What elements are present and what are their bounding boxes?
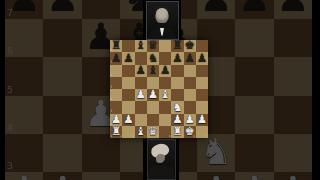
white-pawn-f2: ♟ — [200, 173, 232, 180]
square-a7: ♟7 — [5, 0, 43, 19]
square-g5 — [184, 77, 196, 89]
square-f1: ♜f — [171, 126, 183, 138]
square-b1: b — [122, 126, 134, 138]
white-pawn-h2: ♟ — [197, 114, 207, 126]
top-player-photo — [143, 0, 181, 40]
square-g3 — [235, 134, 273, 172]
square-a6: 6 — [5, 19, 43, 57]
square-c2 — [82, 172, 120, 180]
square-h4 — [196, 89, 208, 101]
square-c3 — [82, 134, 120, 172]
square-g6 — [184, 65, 196, 77]
square-h7: ♟ — [196, 52, 208, 64]
square-b5 — [43, 57, 81, 95]
bottom-player-photo — [143, 139, 179, 180]
white-pawn-c4: ♟ — [135, 89, 145, 101]
square-d1: ♛d — [147, 126, 159, 138]
square-f7: ♟ — [171, 52, 183, 64]
square-e2 — [159, 114, 171, 126]
square-h2: ♟ — [274, 172, 312, 180]
square-e1: e — [159, 126, 171, 138]
chess-board: ♜8♝♛♜♚♟7♟♞♟♟♟6♟♝♟54♟♟♝3♞♟2♟♟♟♟♜1ab♝c♛de♜… — [110, 40, 208, 138]
white-pawn-g2: ♟ — [238, 173, 270, 180]
square-h7: ♟ — [274, 0, 312, 19]
square-f7: ♟ — [197, 0, 235, 19]
white-pawn-a2: ♟ — [8, 173, 40, 180]
white-pawn-b2: ♟ — [123, 114, 133, 126]
square-a4: 4 — [5, 96, 43, 134]
white-pawn-b2: ♟ — [46, 173, 78, 180]
square-b2: ♟ — [122, 114, 134, 126]
square-a6: 6 — [110, 65, 122, 77]
square-a3: 3 — [5, 134, 43, 172]
file-label-h: h — [206, 134, 208, 138]
square-a4: 4 — [110, 89, 122, 101]
portrait-frame — [147, 139, 176, 180]
square-d3 — [147, 101, 159, 113]
square-e8 — [159, 40, 171, 52]
square-g7: ♟ — [235, 0, 273, 19]
rank-label-7: 7 — [7, 7, 13, 18]
black-bishop-c8: ♝ — [135, 40, 145, 52]
square-a5: 5 — [110, 77, 122, 89]
black-pawn-a7: ♟ — [111, 52, 121, 64]
square-c4: ♟ — [135, 89, 147, 101]
square-a1: ♜1a — [110, 126, 122, 138]
black-pawn-e6: ♟ — [160, 65, 170, 77]
portrait-frame — [146, 1, 179, 40]
square-a7: ♟7 — [110, 52, 122, 64]
square-b4 — [122, 89, 134, 101]
square-h1: h — [196, 126, 208, 138]
square-e6: ♟ — [159, 65, 171, 77]
square-d4: ♟ — [147, 89, 159, 101]
black-pawn-h7: ♟ — [277, 0, 309, 17]
square-b6 — [43, 19, 81, 57]
square-b3 — [43, 134, 81, 172]
square-a5: 5 — [5, 57, 43, 95]
white-pawn-h2: ♟ — [277, 173, 309, 180]
square-g4 — [184, 89, 196, 101]
square-h2: ♟ — [196, 114, 208, 126]
black-bishop-d6: ♝ — [148, 65, 158, 77]
white-knight-f3: ♞ — [200, 134, 232, 170]
rank-label-4: 4 — [7, 122, 13, 133]
square-f3: ♞ — [197, 134, 235, 172]
square-h5 — [274, 57, 312, 95]
square-c6: ♟ — [135, 65, 147, 77]
square-f6 — [171, 65, 183, 77]
video-frame: ♜8♝♛♜♚♟7♟♞♟♟♟6♟♝♟54♟♟♝3♞♟2♟♟♟♟♜1♝♛♜♚ ♜8♝… — [0, 0, 320, 180]
portrait-suit — [148, 165, 174, 180]
portrait-face — [156, 154, 165, 163]
black-pawn-b7: ♟ — [46, 0, 78, 17]
square-f5 — [171, 77, 183, 89]
square-g2: ♟ — [235, 172, 273, 180]
white-pawn-d4: ♟ — [148, 89, 158, 101]
rank-label-6: 6 — [7, 45, 13, 56]
rank-label-5: 5 — [7, 84, 13, 95]
square-c3 — [135, 101, 147, 113]
square-b4 — [43, 96, 81, 134]
square-e3 — [159, 101, 171, 113]
square-h6 — [274, 19, 312, 57]
black-pawn-f7: ♟ — [172, 52, 182, 64]
square-b7: ♟ — [43, 0, 81, 19]
square-g7: ♟ — [184, 52, 196, 64]
square-h5 — [196, 77, 208, 89]
square-g4 — [235, 96, 273, 134]
square-b2: ♟ — [43, 172, 81, 180]
black-pawn-g7: ♟ — [238, 0, 270, 17]
square-b5 — [122, 77, 134, 89]
black-pawn-c6: ♟ — [135, 65, 145, 77]
square-h6 — [196, 65, 208, 77]
square-c1: ♝c — [135, 126, 147, 138]
square-h4 — [274, 96, 312, 134]
square-b6 — [122, 65, 134, 77]
black-pawn-f7: ♟ — [200, 0, 232, 17]
black-pawn-b7: ♟ — [123, 52, 133, 64]
black-pawn-g7: ♟ — [184, 52, 194, 64]
portrait-face — [156, 8, 169, 23]
square-c8: ♝ — [135, 40, 147, 52]
square-d6: ♝ — [147, 65, 159, 77]
square-a2: ♟2 — [5, 172, 43, 180]
square-h3 — [274, 134, 312, 172]
square-e4: ♝ — [159, 89, 171, 101]
square-f2: ♟ — [197, 172, 235, 180]
square-g5 — [235, 57, 273, 95]
black-pawn-h7: ♟ — [197, 52, 207, 64]
rank-label-1: 1 — [111, 134, 113, 138]
square-g1: ♚g — [184, 126, 196, 138]
square-b7: ♟ — [122, 52, 134, 64]
square-g6 — [235, 19, 273, 57]
white-bishop-e4: ♝ — [160, 89, 170, 101]
